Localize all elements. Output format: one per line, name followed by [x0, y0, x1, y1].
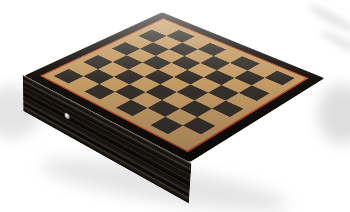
black-rook-icon: ♜: [149, 83, 220, 134]
piece-shadow-streak: [319, 27, 350, 57]
chess-case: ♜♞♝♚♛♝♞♜♟♟♟♟♟♟♟♟♟♟♟♟♟♟♟♟♜♞♝♚♛♝♞♜: [24, 12, 324, 162]
drawer-knob[interactable]: [65, 112, 70, 120]
piece-shadow-streak: [307, 2, 350, 34]
chess-set-photo: ♜♞♝♚♛♝♞♜♟♟♟♟♟♟♟♟♟♟♟♟♟♟♟♟♜♞♝♚♛♝♞♜: [0, 0, 350, 212]
white-pawn-icon: ♟: [235, 49, 300, 86]
